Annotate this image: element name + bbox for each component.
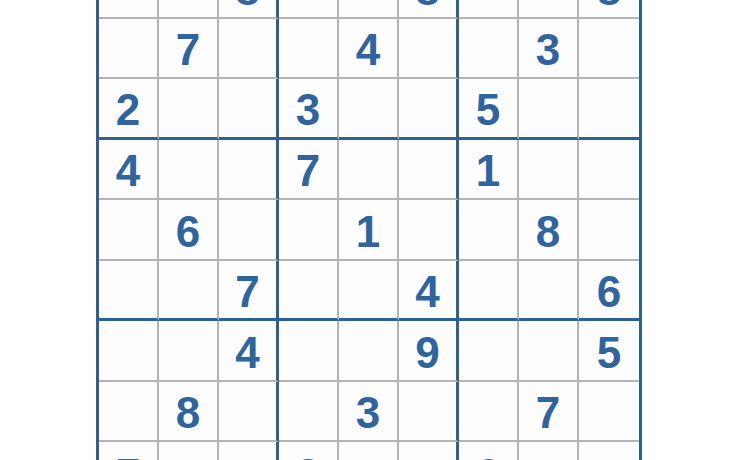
given-digit: 7	[116, 448, 140, 460]
cell-r2c5[interactable]: 4	[339, 19, 399, 80]
cell-r9c3[interactable]	[219, 442, 279, 460]
cell-r3c4[interactable]: 3	[279, 79, 339, 140]
cell-r1c8[interactable]	[519, 0, 579, 19]
given-digit: 9	[415, 326, 439, 375]
cell-r7c8[interactable]	[519, 321, 579, 382]
cell-r7c3[interactable]: 4	[219, 321, 279, 382]
cell-r1c4[interactable]	[279, 0, 339, 19]
cell-r6c8[interactable]	[519, 261, 579, 322]
cell-r4c2[interactable]	[159, 140, 219, 201]
cell-r5c7[interactable]	[459, 200, 519, 261]
cell-r4c9[interactable]	[579, 140, 639, 201]
cell-r3c1[interactable]: 2	[99, 79, 159, 140]
cell-r4c1[interactable]: 4	[99, 140, 159, 201]
given-digit: 2	[296, 448, 320, 460]
cell-r8c7[interactable]	[459, 382, 519, 443]
cell-r7c7[interactable]	[459, 321, 519, 382]
cell-r9c2[interactable]	[159, 442, 219, 460]
cell-r6c6[interactable]: 4	[399, 261, 459, 322]
cell-r8c2[interactable]: 8	[159, 382, 219, 443]
page: 888743235471618746495837726	[0, 0, 736, 460]
given-digit: 4	[356, 23, 380, 72]
cell-r6c2[interactable]	[159, 261, 219, 322]
given-digit: 7	[176, 23, 200, 72]
cell-r7c1[interactable]	[99, 321, 159, 382]
cell-r2c8[interactable]: 3	[519, 19, 579, 80]
cell-r7c2[interactable]	[159, 321, 219, 382]
cell-r9c4[interactable]: 2	[279, 442, 339, 460]
cell-r9c6[interactable]	[399, 442, 459, 460]
cell-r2c2[interactable]: 7	[159, 19, 219, 80]
given-digit: 1	[476, 144, 500, 193]
cell-r3c8[interactable]	[519, 79, 579, 140]
cell-r8c5[interactable]: 3	[339, 382, 399, 443]
cell-r1c5[interactable]	[339, 0, 399, 19]
cell-r6c4[interactable]	[279, 261, 339, 322]
given-digit: 3	[296, 83, 320, 132]
given-digit: 8	[235, 0, 259, 12]
cell-r4c7[interactable]: 1	[459, 140, 519, 201]
cell-r2c4[interactable]	[279, 19, 339, 80]
cell-r4c6[interactable]	[399, 140, 459, 201]
given-digit: 7	[235, 265, 259, 314]
cell-r1c9[interactable]: 8	[579, 0, 639, 19]
cell-r5c3[interactable]	[219, 200, 279, 261]
cell-r6c3[interactable]: 7	[219, 261, 279, 322]
cell-r8c4[interactable]	[279, 382, 339, 443]
cell-r3c7[interactable]: 5	[459, 79, 519, 140]
cell-r7c5[interactable]	[339, 321, 399, 382]
given-digit: 4	[116, 144, 140, 193]
cell-r5c5[interactable]: 1	[339, 200, 399, 261]
cell-r9c8[interactable]	[519, 442, 579, 460]
cell-r1c6[interactable]: 8	[399, 0, 459, 19]
cell-r2c1[interactable]	[99, 19, 159, 80]
given-digit: 4	[415, 265, 439, 314]
given-digit: 8	[536, 205, 560, 254]
given-digit: 3	[356, 386, 380, 435]
cell-r5c9[interactable]	[579, 200, 639, 261]
cell-r5c4[interactable]	[279, 200, 339, 261]
cell-r8c3[interactable]	[219, 382, 279, 443]
cell-r2c7[interactable]	[459, 19, 519, 80]
cell-r8c6[interactable]	[399, 382, 459, 443]
cell-r4c4[interactable]: 7	[279, 140, 339, 201]
given-digit: 3	[536, 23, 560, 72]
cell-r6c5[interactable]	[339, 261, 399, 322]
cell-r8c8[interactable]: 7	[519, 382, 579, 443]
cell-r3c5[interactable]	[339, 79, 399, 140]
given-digit: 6	[476, 448, 500, 460]
given-digit: 1	[356, 205, 380, 254]
cell-r4c5[interactable]	[339, 140, 399, 201]
given-digit: 8	[176, 386, 200, 435]
given-digit: 8	[597, 0, 621, 12]
cell-r1c3[interactable]: 8	[219, 0, 279, 19]
given-digit: 7	[296, 144, 320, 193]
cell-r1c1[interactable]	[99, 0, 159, 19]
given-digit: 4	[235, 326, 259, 375]
cell-r3c2[interactable]	[159, 79, 219, 140]
given-digit: 8	[415, 0, 439, 12]
given-digit: 6	[176, 205, 200, 254]
cell-r9c5[interactable]	[339, 442, 399, 460]
cell-r5c6[interactable]	[399, 200, 459, 261]
cell-r5c1[interactable]	[99, 200, 159, 261]
given-digit: 5	[597, 326, 621, 375]
given-digit: 6	[597, 265, 621, 314]
cell-r6c7[interactable]	[459, 261, 519, 322]
cell-r7c4[interactable]	[279, 321, 339, 382]
cell-r4c3[interactable]	[219, 140, 279, 201]
cell-r9c9[interactable]	[579, 442, 639, 460]
cell-r9c1[interactable]: 7	[99, 442, 159, 460]
cell-r1c7[interactable]	[459, 0, 519, 19]
cell-r3c3[interactable]	[219, 79, 279, 140]
cell-r5c8[interactable]: 8	[519, 200, 579, 261]
given-digit: 7	[536, 386, 560, 435]
cell-r7c9[interactable]: 5	[579, 321, 639, 382]
cell-r8c1[interactable]	[99, 382, 159, 443]
sudoku-board: 888743235471618746495837726	[96, 0, 642, 460]
cell-r6c9[interactable]: 6	[579, 261, 639, 322]
cell-r3c9[interactable]	[579, 79, 639, 140]
cell-r5c2[interactable]: 6	[159, 200, 219, 261]
cell-r4c8[interactable]	[519, 140, 579, 201]
cell-r2c9[interactable]	[579, 19, 639, 80]
cell-r9c7[interactable]: 6	[459, 442, 519, 460]
cell-r3c6[interactable]	[399, 79, 459, 140]
cell-r2c6[interactable]	[399, 19, 459, 80]
cell-r2c3[interactable]	[219, 19, 279, 80]
cell-r8c9[interactable]	[579, 382, 639, 443]
given-digit: 2	[116, 83, 140, 132]
cell-r1c2[interactable]	[159, 0, 219, 19]
given-digit: 5	[476, 83, 500, 132]
cell-r6c1[interactable]	[99, 261, 159, 322]
cell-r7c6[interactable]: 9	[399, 321, 459, 382]
